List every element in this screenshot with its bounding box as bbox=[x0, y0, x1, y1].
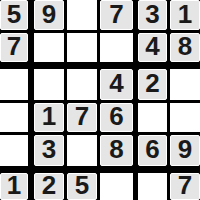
cell-r2c4[interactable] bbox=[100, 33, 133, 62]
cell-r1c4[interactable]: 7 bbox=[100, 0, 133, 30]
cell-r3c1[interactable] bbox=[0, 69, 28, 100]
cell-r2c1[interactable]: 7 bbox=[0, 33, 28, 62]
cell-r5c2[interactable]: 3 bbox=[34, 135, 64, 166]
cell-r1c6[interactable]: 1 bbox=[170, 0, 200, 30]
cell-r1c2[interactable]: 9 bbox=[34, 0, 64, 30]
cell-r1c5[interactable]: 3 bbox=[138, 0, 167, 30]
digit: 7 bbox=[7, 31, 21, 62]
cell-r6c2[interactable]: 2 bbox=[34, 173, 64, 200]
digit: 9 bbox=[42, 0, 56, 30]
cell-r2c3[interactable] bbox=[67, 33, 97, 62]
cell-r1c1[interactable]: 5 bbox=[0, 0, 28, 30]
cell-r4c1[interactable] bbox=[0, 103, 28, 132]
cell-r5c3[interactable] bbox=[67, 135, 97, 166]
cell-r4c3[interactable]: 7 bbox=[67, 103, 97, 132]
digit: 8 bbox=[109, 134, 123, 165]
cell-r3c4[interactable]: 4 bbox=[100, 69, 133, 100]
cell-r6c3[interactable]: 5 bbox=[67, 173, 97, 200]
digit: 4 bbox=[145, 31, 159, 62]
cell-r5c6[interactable]: 9 bbox=[170, 135, 200, 166]
digit: 8 bbox=[178, 31, 192, 62]
cell-r6c1[interactable]: 1 bbox=[0, 173, 28, 200]
cell-r3c5[interactable]: 2 bbox=[138, 69, 167, 100]
digit: 9 bbox=[178, 134, 192, 165]
cell-r5c5[interactable]: 6 bbox=[138, 135, 167, 166]
cell-r2c6[interactable]: 8 bbox=[170, 33, 200, 62]
cell-r6c4[interactable] bbox=[100, 173, 133, 200]
cell-r2c5[interactable]: 4 bbox=[138, 33, 167, 62]
digit: 7 bbox=[178, 170, 192, 200]
sudoku-board: 597317484217638691257 bbox=[0, 0, 200, 200]
digit: 2 bbox=[42, 170, 56, 200]
digit: 1 bbox=[42, 101, 56, 132]
digit: 7 bbox=[109, 0, 123, 30]
cell-r5c1[interactable] bbox=[0, 135, 28, 166]
cell-r5c4[interactable]: 8 bbox=[100, 135, 133, 166]
digit: 1 bbox=[178, 0, 192, 30]
digit: 5 bbox=[75, 170, 89, 200]
cell-r2c2[interactable] bbox=[34, 33, 64, 62]
cell-r6c5[interactable] bbox=[138, 173, 167, 200]
digit: 6 bbox=[109, 101, 123, 132]
cell-r3c6[interactable] bbox=[170, 69, 200, 100]
cell-r3c2[interactable] bbox=[34, 69, 64, 100]
cell-r1c3[interactable] bbox=[67, 0, 97, 30]
digit: 4 bbox=[109, 68, 123, 99]
digit: 1 bbox=[7, 170, 21, 200]
cell-r4c2[interactable]: 1 bbox=[34, 103, 64, 132]
digit: 3 bbox=[145, 0, 159, 30]
cell-r6c6[interactable]: 7 bbox=[170, 173, 200, 200]
digit: 6 bbox=[145, 134, 159, 165]
cell-r4c4[interactable]: 6 bbox=[100, 103, 133, 132]
digit: 3 bbox=[42, 134, 56, 165]
digit: 2 bbox=[145, 68, 159, 99]
digit: 5 bbox=[7, 0, 21, 30]
cell-r4c6[interactable] bbox=[170, 103, 200, 132]
cell-r3c3[interactable] bbox=[67, 69, 97, 100]
digit: 7 bbox=[75, 101, 89, 132]
cell-r4c5[interactable] bbox=[138, 103, 167, 132]
